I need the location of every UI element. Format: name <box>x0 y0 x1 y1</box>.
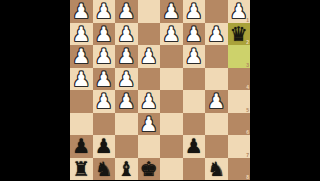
square-d8[interactable] <box>160 158 183 181</box>
white-pawn[interactable]: ♟ <box>185 23 203 46</box>
white-pawn[interactable]: ♟ <box>140 90 158 113</box>
square-b4[interactable] <box>205 68 228 91</box>
white-pawn[interactable]: ♟ <box>162 0 180 23</box>
white-pawn[interactable]: ♟ <box>185 0 203 23</box>
white-pawn[interactable]: ♟ <box>117 68 135 91</box>
black-knight[interactable]: ♞ <box>95 158 113 181</box>
white-pawn[interactable]: ♟ <box>117 23 135 46</box>
square-g5[interactable]: ♟ <box>93 90 116 113</box>
square-e6[interactable]: ♟ <box>138 113 161 136</box>
square-g2[interactable]: ♟ <box>93 23 116 46</box>
square-a6[interactable]: 6 <box>228 113 251 136</box>
square-d6[interactable] <box>160 113 183 136</box>
square-a8[interactable]: 8 <box>228 158 251 181</box>
white-pawn[interactable]: ♟ <box>95 68 113 91</box>
square-f2[interactable]: ♟ <box>115 23 138 46</box>
square-b6[interactable] <box>205 113 228 136</box>
black-pawn[interactable]: ♟ <box>185 135 203 158</box>
square-f7[interactable] <box>115 135 138 158</box>
black-king[interactable]: ♚ <box>140 158 158 181</box>
square-a1[interactable]: ♟1 <box>228 0 251 23</box>
square-f5[interactable]: ♟ <box>115 90 138 113</box>
white-pawn[interactable]: ♟ <box>207 90 225 113</box>
white-pawn[interactable]: ♟ <box>140 45 158 68</box>
square-h8[interactable]: ♜ <box>70 158 93 181</box>
black-pawn[interactable]: ♟ <box>95 135 113 158</box>
video-frame: ♟♟♟♟♟♟1♟♟♟♟♟♟♛2♟♟♟♟♟3♟♟♟4♟♟♟♟5♟6♟♟♟7♜♞♝♚… <box>0 0 320 180</box>
white-pawn[interactable]: ♟ <box>72 0 90 23</box>
white-pawn[interactable]: ♟ <box>117 0 135 23</box>
square-b7[interactable] <box>205 135 228 158</box>
square-e8[interactable]: ♚ <box>138 158 161 181</box>
square-a4[interactable]: 4 <box>228 68 251 91</box>
white-pawn[interactable]: ♟ <box>95 90 113 113</box>
black-queen[interactable]: ♛ <box>230 23 248 46</box>
square-e4[interactable] <box>138 68 161 91</box>
square-d3[interactable] <box>160 45 183 68</box>
square-h5[interactable] <box>70 90 93 113</box>
square-g6[interactable] <box>93 113 116 136</box>
letterbox-left <box>0 0 70 180</box>
square-e5[interactable]: ♟ <box>138 90 161 113</box>
white-pawn[interactable]: ♟ <box>95 45 113 68</box>
white-pawn[interactable]: ♟ <box>185 45 203 68</box>
rank-label-8: 8 <box>246 174 249 180</box>
square-a2[interactable]: ♛2 <box>228 23 251 46</box>
square-h3[interactable]: ♟ <box>70 45 93 68</box>
square-g7[interactable]: ♟ <box>93 135 116 158</box>
square-g3[interactable]: ♟ <box>93 45 116 68</box>
square-b5[interactable]: ♟ <box>205 90 228 113</box>
white-pawn[interactable]: ♟ <box>72 45 90 68</box>
square-f6[interactable] <box>115 113 138 136</box>
square-e1[interactable] <box>138 0 161 23</box>
square-f4[interactable]: ♟ <box>115 68 138 91</box>
square-e3[interactable]: ♟ <box>138 45 161 68</box>
square-c4[interactable] <box>183 68 206 91</box>
black-rook[interactable]: ♜ <box>72 158 90 181</box>
square-f1[interactable]: ♟ <box>115 0 138 23</box>
square-b8[interactable]: ♞ <box>205 158 228 181</box>
square-a5[interactable]: 5 <box>228 90 251 113</box>
square-g4[interactable]: ♟ <box>93 68 116 91</box>
black-knight[interactable]: ♞ <box>207 158 225 181</box>
letterbox-right <box>250 0 320 180</box>
square-d4[interactable] <box>160 68 183 91</box>
white-pawn[interactable]: ♟ <box>72 23 90 46</box>
square-g8[interactable]: ♞ <box>93 158 116 181</box>
white-pawn[interactable]: ♟ <box>117 90 135 113</box>
square-d1[interactable]: ♟ <box>160 0 183 23</box>
square-h6[interactable] <box>70 113 93 136</box>
square-c2[interactable]: ♟ <box>183 23 206 46</box>
square-c5[interactable] <box>183 90 206 113</box>
square-h4[interactable]: ♟ <box>70 68 93 91</box>
white-pawn[interactable]: ♟ <box>117 45 135 68</box>
square-h2[interactable]: ♟ <box>70 23 93 46</box>
white-pawn[interactable]: ♟ <box>140 113 158 136</box>
square-c3[interactable]: ♟ <box>183 45 206 68</box>
square-f3[interactable]: ♟ <box>115 45 138 68</box>
square-d2[interactable]: ♟ <box>160 23 183 46</box>
square-f8[interactable]: ♝ <box>115 158 138 181</box>
square-c8[interactable] <box>183 158 206 181</box>
white-pawn[interactable]: ♟ <box>162 23 180 46</box>
square-a3[interactable]: 3 <box>228 45 251 68</box>
square-d7[interactable] <box>160 135 183 158</box>
square-e2[interactable] <box>138 23 161 46</box>
white-pawn[interactable]: ♟ <box>230 0 248 23</box>
square-d5[interactable] <box>160 90 183 113</box>
square-h7[interactable]: ♟ <box>70 135 93 158</box>
square-g1[interactable]: ♟ <box>93 0 116 23</box>
black-pawn[interactable]: ♟ <box>72 135 90 158</box>
square-e7[interactable] <box>138 135 161 158</box>
white-pawn[interactable]: ♟ <box>95 23 113 46</box>
white-pawn[interactable]: ♟ <box>207 23 225 46</box>
square-b3[interactable] <box>205 45 228 68</box>
square-c7[interactable]: ♟ <box>183 135 206 158</box>
square-c6[interactable] <box>183 113 206 136</box>
chess-board[interactable]: ♟♟♟♟♟♟1♟♟♟♟♟♟♛2♟♟♟♟♟3♟♟♟4♟♟♟♟5♟6♟♟♟7♜♞♝♚… <box>70 0 250 180</box>
square-b1[interactable] <box>205 0 228 23</box>
white-pawn[interactable]: ♟ <box>72 68 90 91</box>
square-a7[interactable]: 7 <box>228 135 251 158</box>
square-b2[interactable]: ♟ <box>205 23 228 46</box>
white-pawn[interactable]: ♟ <box>95 0 113 23</box>
square-h1[interactable]: ♟ <box>70 0 93 23</box>
square-c1[interactable]: ♟ <box>183 0 206 23</box>
black-bishop[interactable]: ♝ <box>117 158 135 181</box>
